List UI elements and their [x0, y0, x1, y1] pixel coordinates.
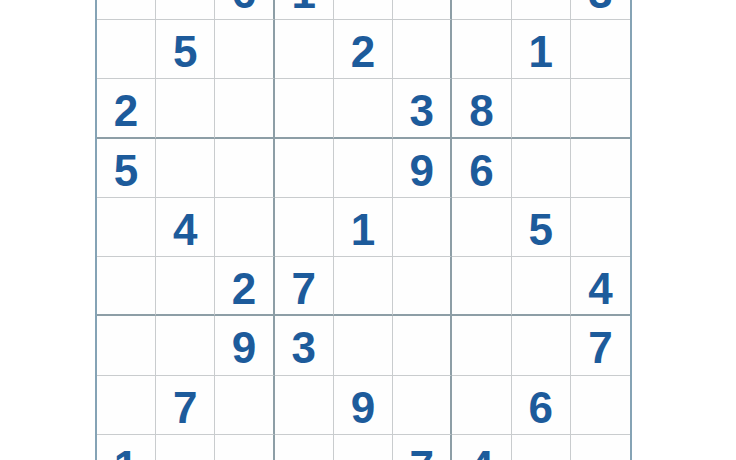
sudoku-cell[interactable]: 9 [393, 139, 452, 198]
sudoku-cell[interactable]: 7 [275, 257, 334, 316]
given-digit: 1 [292, 0, 316, 15]
sudoku-cell[interactable] [275, 435, 334, 460]
given-digit: 5 [114, 143, 138, 193]
sudoku-cell[interactable] [512, 79, 571, 138]
sudoku-cell[interactable] [334, 79, 393, 138]
given-digit: 7 [292, 261, 316, 311]
sudoku-cell[interactable]: 2 [334, 20, 393, 79]
given-digit: 2 [114, 83, 138, 133]
sudoku-cell[interactable]: 1 [512, 20, 571, 79]
given-digit: 1 [528, 24, 552, 74]
given-digit: 5 [528, 202, 552, 252]
given-digit: 6 [528, 380, 552, 430]
sudoku-cell[interactable]: 9 [334, 376, 393, 435]
sudoku-cell[interactable]: 3 [393, 79, 452, 138]
sudoku-cell[interactable]: 1 [275, 0, 334, 20]
sudoku-cell[interactable] [215, 79, 274, 138]
sudoku-cell[interactable]: 5 [512, 198, 571, 257]
sudoku-cell[interactable]: 7 [156, 376, 215, 435]
sudoku-cell[interactable] [215, 376, 274, 435]
sudoku-cell[interactable] [334, 139, 393, 198]
sudoku-cell[interactable]: 4 [571, 257, 630, 316]
sudoku-cell[interactable] [452, 316, 511, 375]
sudoku-cell[interactable] [452, 198, 511, 257]
sudoku-cell[interactable] [97, 198, 156, 257]
sudoku-cell[interactable] [97, 316, 156, 375]
sudoku-cell[interactable] [512, 316, 571, 375]
sudoku-cell[interactable] [452, 376, 511, 435]
sudoku-cell[interactable] [571, 376, 630, 435]
given-digit: 2 [351, 24, 375, 74]
sudoku-cell[interactable] [393, 0, 452, 20]
sudoku-cell[interactable] [571, 139, 630, 198]
sudoku-board: 613521238596415274937796174 [95, 0, 632, 460]
sudoku-cell[interactable]: 6 [452, 139, 511, 198]
sudoku-grid: 613521238596415274937796174 [97, 0, 630, 460]
sudoku-cell[interactable] [452, 257, 511, 316]
sudoku-cell[interactable]: 9 [215, 316, 274, 375]
sudoku-cell[interactable] [156, 0, 215, 20]
sudoku-cell[interactable] [97, 376, 156, 435]
sudoku-cell[interactable] [393, 316, 452, 375]
sudoku-cell[interactable] [393, 198, 452, 257]
sudoku-cell[interactable] [512, 435, 571, 460]
sudoku-cell[interactable] [156, 435, 215, 460]
sudoku-cell[interactable]: 2 [215, 257, 274, 316]
sudoku-cell[interactable] [512, 0, 571, 20]
given-digit: 3 [588, 0, 612, 15]
sudoku-cell[interactable]: 6 [215, 0, 274, 20]
sudoku-cell[interactable] [215, 139, 274, 198]
sudoku-cell[interactable]: 5 [156, 20, 215, 79]
sudoku-cell[interactable]: 8 [452, 79, 511, 138]
sudoku-cell[interactable] [275, 139, 334, 198]
sudoku-cell[interactable]: 4 [156, 198, 215, 257]
sudoku-cell[interactable] [571, 79, 630, 138]
sudoku-cell[interactable] [156, 139, 215, 198]
sudoku-cell[interactable] [215, 20, 274, 79]
sudoku-cell[interactable] [393, 20, 452, 79]
given-digit: 9 [409, 143, 433, 193]
sudoku-cell[interactable] [334, 316, 393, 375]
given-digit: 7 [588, 320, 612, 370]
sudoku-cell[interactable]: 3 [571, 0, 630, 20]
sudoku-cell[interactable]: 6 [512, 376, 571, 435]
sudoku-cell[interactable] [156, 257, 215, 316]
sudoku-cell[interactable] [97, 0, 156, 20]
sudoku-cell[interactable]: 1 [334, 198, 393, 257]
sudoku-cell[interactable]: 4 [452, 435, 511, 460]
sudoku-cell[interactable]: 5 [97, 139, 156, 198]
sudoku-cell[interactable] [571, 20, 630, 79]
sudoku-cell[interactable] [512, 257, 571, 316]
sudoku-cell[interactable] [334, 435, 393, 460]
given-digit: 4 [173, 202, 197, 252]
given-digit: 9 [351, 380, 375, 430]
sudoku-cell[interactable] [571, 198, 630, 257]
sudoku-cell[interactable] [275, 20, 334, 79]
given-digit: 4 [469, 439, 493, 460]
sudoku-cell[interactable]: 7 [393, 435, 452, 460]
sudoku-cell[interactable]: 1 [97, 435, 156, 460]
given-digit: 7 [409, 439, 433, 460]
sudoku-cell[interactable]: 2 [97, 79, 156, 138]
given-digit: 3 [292, 320, 316, 370]
given-digit: 8 [469, 83, 493, 133]
sudoku-page: 613521238596415274937796174 [0, 0, 736, 460]
sudoku-cell[interactable] [334, 257, 393, 316]
given-digit: 4 [588, 261, 612, 311]
sudoku-cell[interactable] [452, 20, 511, 79]
given-digit: 2 [232, 261, 256, 311]
given-digit: 1 [351, 202, 375, 252]
given-digit: 5 [173, 24, 197, 74]
given-digit: 6 [232, 0, 256, 15]
given-digit: 7 [173, 380, 197, 430]
sudoku-cell[interactable] [275, 376, 334, 435]
sudoku-cell[interactable] [512, 139, 571, 198]
sudoku-cell[interactable] [571, 435, 630, 460]
sudoku-cell[interactable] [452, 0, 511, 20]
sudoku-cell[interactable] [275, 198, 334, 257]
sudoku-cell[interactable] [156, 79, 215, 138]
sudoku-cell[interactable] [97, 257, 156, 316]
sudoku-cell[interactable] [215, 198, 274, 257]
given-digit: 9 [232, 320, 256, 370]
given-digit: 1 [114, 439, 138, 460]
given-digit: 6 [469, 143, 493, 193]
sudoku-cell[interactable]: 3 [275, 316, 334, 375]
sudoku-cell[interactable] [334, 0, 393, 20]
sudoku-cell[interactable] [275, 79, 334, 138]
sudoku-cell[interactable] [393, 376, 452, 435]
sudoku-cell[interactable] [393, 257, 452, 316]
given-digit: 3 [409, 83, 433, 133]
sudoku-cell[interactable]: 7 [571, 316, 630, 375]
sudoku-cell[interactable] [156, 316, 215, 375]
sudoku-cell[interactable] [215, 435, 274, 460]
sudoku-cell[interactable] [97, 20, 156, 79]
